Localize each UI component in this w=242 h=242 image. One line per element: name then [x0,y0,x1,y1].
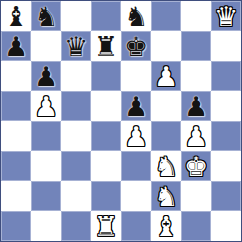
piece-white-pawn[interactable]: ♟ [151,61,181,91]
piece-black-knight[interactable]: ♞ [31,1,61,31]
square-d5[interactable] [91,91,121,121]
square-g8[interactable] [181,1,211,31]
square-b2[interactable] [31,181,61,211]
square-e2[interactable] [121,181,151,211]
square-b5[interactable]: ♟ [31,91,61,121]
square-c2[interactable] [61,181,91,211]
square-b7[interactable] [31,31,61,61]
square-f8[interactable] [151,1,181,31]
square-g1[interactable] [181,211,211,241]
square-h2[interactable] [211,181,241,211]
square-d7[interactable]: ♜ [91,31,121,61]
square-f6[interactable]: ♟ [151,61,181,91]
piece-black-queen[interactable]: ♛ [61,31,91,61]
square-e8[interactable]: ♞ [121,1,151,31]
piece-white-pawn[interactable]: ♟ [31,91,61,121]
square-d1[interactable]: ♜ [91,211,121,241]
square-d8[interactable] [91,1,121,31]
square-c6[interactable] [61,61,91,91]
square-b1[interactable] [31,211,61,241]
square-c5[interactable] [61,91,91,121]
square-f4[interactable] [151,121,181,151]
square-h6[interactable] [211,61,241,91]
square-f5[interactable] [151,91,181,121]
piece-white-knight[interactable]: ♞ [151,151,181,181]
square-e7[interactable]: ♚ [121,31,151,61]
square-f2[interactable]: ♞ [151,181,181,211]
chess-board: ♝♞♞♛♟♛♜♚♟♟♟♟♟♟♟♞♚♞♜♝ [0,0,242,242]
piece-black-pawn[interactable]: ♟ [121,91,151,121]
piece-black-rook[interactable]: ♜ [91,31,121,61]
square-d6[interactable] [91,61,121,91]
square-f3[interactable]: ♞ [151,151,181,181]
square-h3[interactable] [211,151,241,181]
square-h1[interactable] [211,211,241,241]
piece-black-knight[interactable]: ♞ [121,1,151,31]
square-c8[interactable] [61,1,91,31]
square-a2[interactable] [1,181,31,211]
square-h8[interactable]: ♛ [211,1,241,31]
square-g4[interactable]: ♟ [181,121,211,151]
square-a1[interactable] [1,211,31,241]
square-f1[interactable]: ♝ [151,211,181,241]
square-g5[interactable]: ♟ [181,91,211,121]
piece-black-pawn[interactable]: ♟ [1,31,31,61]
piece-white-pawn[interactable]: ♟ [181,121,211,151]
piece-white-knight[interactable]: ♞ [151,181,181,211]
square-c7[interactable]: ♛ [61,31,91,61]
piece-white-queen[interactable]: ♛ [211,1,241,31]
piece-white-king[interactable]: ♚ [181,151,211,181]
square-b8[interactable]: ♞ [31,1,61,31]
square-b6[interactable]: ♟ [31,61,61,91]
square-g6[interactable] [181,61,211,91]
square-e5[interactable]: ♟ [121,91,151,121]
square-a8[interactable]: ♝ [1,1,31,31]
square-d3[interactable] [91,151,121,181]
square-b3[interactable] [31,151,61,181]
square-g2[interactable] [181,181,211,211]
square-c4[interactable] [61,121,91,151]
piece-black-pawn[interactable]: ♟ [31,61,61,91]
square-e1[interactable] [121,211,151,241]
square-e3[interactable] [121,151,151,181]
square-e6[interactable] [121,61,151,91]
square-d2[interactable] [91,181,121,211]
piece-black-king[interactable]: ♚ [121,31,151,61]
square-h4[interactable] [211,121,241,151]
square-a7[interactable]: ♟ [1,31,31,61]
piece-white-rook[interactable]: ♜ [91,211,121,241]
square-h7[interactable] [211,31,241,61]
square-h5[interactable] [211,91,241,121]
square-g7[interactable] [181,31,211,61]
piece-white-pawn[interactable]: ♟ [121,121,151,151]
square-a5[interactable] [1,91,31,121]
square-c1[interactable] [61,211,91,241]
square-g3[interactable]: ♚ [181,151,211,181]
square-a6[interactable] [1,61,31,91]
square-b4[interactable] [31,121,61,151]
square-e4[interactable]: ♟ [121,121,151,151]
piece-white-bishop[interactable]: ♝ [151,211,181,241]
square-c3[interactable] [61,151,91,181]
square-a3[interactable] [1,151,31,181]
square-a4[interactable] [1,121,31,151]
piece-black-pawn[interactable]: ♟ [181,91,211,121]
piece-black-bishop[interactable]: ♝ [1,1,31,31]
square-f7[interactable] [151,31,181,61]
square-d4[interactable] [91,121,121,151]
